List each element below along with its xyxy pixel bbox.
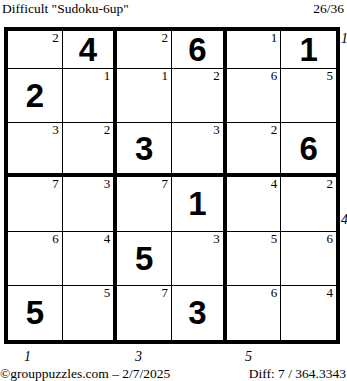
cell-r2c2[interactable]: 1 bbox=[63, 69, 118, 123]
corner-mark-r1c1: 2 bbox=[52, 31, 59, 45]
corner-mark-r5c5: 5 bbox=[271, 232, 278, 246]
cell-r4c1[interactable]: 7 bbox=[8, 177, 63, 231]
corner-mark-r6c5: 6 bbox=[271, 286, 278, 300]
cell-r5c1[interactable]: 6 bbox=[8, 232, 63, 286]
cell-r2c4[interactable]: 2 bbox=[172, 69, 227, 123]
cell-r3c4[interactable]: 3 bbox=[172, 123, 227, 177]
cell-r3c5[interactable]: 2 bbox=[227, 123, 282, 177]
corner-mark-r3c5: 2 bbox=[271, 123, 278, 137]
footer-copyright: ©grouppuzzles.com – 2/7/2025 bbox=[0, 366, 170, 381]
cell-r4c5[interactable]: 4 bbox=[227, 177, 282, 231]
corner-mark-r2c4: 2 bbox=[213, 69, 220, 83]
value-r4c4: 1 bbox=[188, 187, 206, 220]
cell-r1c2[interactable]: 4 bbox=[63, 31, 118, 69]
corner-mark-r2c2: 1 bbox=[104, 69, 111, 83]
value-r6c4: 3 bbox=[188, 296, 206, 329]
row-label-1: 1 bbox=[341, 31, 347, 47]
cell-r2c1[interactable]: 2 bbox=[8, 69, 63, 123]
value-r5c3: 5 bbox=[135, 242, 153, 275]
corner-mark-r5c6: 6 bbox=[327, 232, 334, 246]
value-r6c1: 5 bbox=[26, 296, 44, 329]
cell-r4c4[interactable]: 1 bbox=[172, 177, 227, 231]
cell-r6c6[interactable]: 4 bbox=[281, 286, 336, 340]
corner-mark-r4c5: 4 bbox=[271, 177, 278, 191]
corner-mark-r3c2: 2 bbox=[104, 123, 111, 137]
row-label-4: 4 bbox=[341, 212, 347, 228]
corner-mark-r4c3: 7 bbox=[162, 177, 169, 191]
sudoku-board: 2 4 2 6 1 1 2 1 1 2 6 5 3 2 3 3 2 6 7 3 … bbox=[4, 27, 340, 344]
cell-r3c1[interactable]: 3 bbox=[8, 123, 63, 177]
corner-mark-r2c6: 5 bbox=[327, 69, 334, 83]
corner-mark-r6c2: 5 bbox=[104, 286, 111, 300]
corner-mark-r2c5: 6 bbox=[271, 69, 278, 83]
cell-r5c6[interactable]: 6 bbox=[281, 232, 336, 286]
corner-mark-r5c1: 6 bbox=[52, 232, 59, 246]
corner-mark-r3c1: 3 bbox=[52, 123, 59, 137]
footer-difficulty: Diff: 7 / 364.3343 bbox=[249, 366, 346, 381]
cell-r1c5[interactable]: 1 bbox=[227, 31, 282, 69]
puzzle-counter: 26/36 bbox=[313, 1, 344, 17]
corner-mark-r6c3: 7 bbox=[162, 286, 169, 300]
corner-mark-r4c2: 3 bbox=[104, 177, 111, 191]
value-r1c6: 1 bbox=[299, 33, 317, 66]
value-r3c3: 3 bbox=[135, 132, 153, 165]
value-r1c2: 4 bbox=[79, 33, 97, 66]
corner-mark-r3c4: 3 bbox=[213, 123, 220, 137]
value-r1c4: 6 bbox=[188, 33, 206, 66]
corner-mark-r1c5: 1 bbox=[271, 31, 278, 45]
sudoku-6up-page: Difficult "Sudoku-6up" 26/36 2 4 2 6 1 1… bbox=[0, 0, 347, 381]
cell-r5c2[interactable]: 4 bbox=[63, 232, 118, 286]
corner-mark-r6c6: 4 bbox=[327, 286, 334, 300]
cell-r1c3[interactable]: 2 bbox=[117, 31, 172, 69]
cell-r3c3[interactable]: 3 bbox=[117, 123, 172, 177]
cell-r6c4[interactable]: 3 bbox=[172, 286, 227, 340]
cell-r5c3[interactable]: 5 bbox=[117, 232, 172, 286]
cell-r2c6[interactable]: 5 bbox=[281, 69, 336, 123]
cell-r6c5[interactable]: 6 bbox=[227, 286, 282, 340]
value-r2c1: 2 bbox=[26, 79, 44, 112]
cell-r1c4[interactable]: 6 bbox=[172, 31, 227, 69]
corner-mark-r1c3: 2 bbox=[162, 31, 169, 45]
cell-r6c1[interactable]: 5 bbox=[8, 286, 63, 340]
cell-r5c4[interactable]: 3 bbox=[172, 232, 227, 286]
corner-mark-r4c1: 7 bbox=[52, 177, 59, 191]
cell-r2c5[interactable]: 6 bbox=[227, 69, 282, 123]
cell-r1c1[interactable]: 2 bbox=[8, 31, 63, 69]
col-label-5: 5 bbox=[245, 349, 252, 365]
cell-r5c5[interactable]: 5 bbox=[227, 232, 282, 286]
cell-r4c3[interactable]: 7 bbox=[117, 177, 172, 231]
corner-mark-r4c6: 2 bbox=[327, 177, 334, 191]
cell-r2c3[interactable]: 1 bbox=[117, 69, 172, 123]
corner-mark-r5c4: 3 bbox=[213, 232, 220, 246]
cell-r3c6[interactable]: 6 bbox=[281, 123, 336, 177]
cell-r4c6[interactable]: 2 bbox=[281, 177, 336, 231]
corner-mark-r5c2: 4 bbox=[104, 232, 111, 246]
col-label-3: 3 bbox=[135, 349, 142, 365]
cell-r6c3[interactable]: 7 bbox=[117, 286, 172, 340]
col-label-1: 1 bbox=[24, 349, 31, 365]
cell-r1c6[interactable]: 1 bbox=[281, 31, 336, 69]
cell-r6c2[interactable]: 5 bbox=[63, 286, 118, 340]
value-r3c6: 6 bbox=[299, 132, 317, 165]
corner-mark-r2c3: 1 bbox=[162, 69, 169, 83]
cell-r4c2[interactable]: 3 bbox=[63, 177, 118, 231]
page-title: Difficult "Sudoku-6up" bbox=[2, 1, 129, 17]
cell-r3c2[interactable]: 2 bbox=[63, 123, 118, 177]
